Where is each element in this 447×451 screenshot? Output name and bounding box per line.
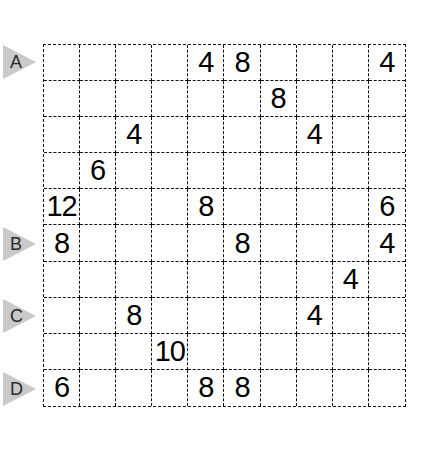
cell-r1c4[interactable] bbox=[152, 45, 188, 81]
row-marker-label: B bbox=[10, 234, 22, 255]
cell-r4c4[interactable] bbox=[152, 153, 188, 189]
cell-r5c2[interactable] bbox=[80, 189, 116, 225]
cell-r2c10[interactable] bbox=[369, 81, 405, 117]
cell-r2c5[interactable] bbox=[188, 81, 224, 117]
cell-r10c10[interactable] bbox=[369, 370, 405, 406]
cell-r1c1[interactable] bbox=[44, 45, 80, 81]
clue-cell-r5c5[interactable]: 8 bbox=[188, 189, 224, 225]
cell-r3c6[interactable] bbox=[224, 117, 260, 153]
cell-r10c3[interactable] bbox=[116, 370, 152, 406]
cell-r8c6[interactable] bbox=[224, 298, 260, 334]
clue-cell-r3c8[interactable]: 4 bbox=[297, 117, 333, 153]
cell-r6c8[interactable] bbox=[297, 225, 333, 261]
cell-r4c8[interactable] bbox=[297, 153, 333, 189]
cell-r8c5[interactable] bbox=[188, 298, 224, 334]
clue-cell-r5c10[interactable]: 6 bbox=[369, 189, 405, 225]
cell-r9c5[interactable] bbox=[188, 334, 224, 370]
cell-r4c10[interactable] bbox=[369, 153, 405, 189]
cell-r10c8[interactable] bbox=[297, 370, 333, 406]
row-marker-label: D bbox=[10, 379, 23, 400]
cell-r5c9[interactable] bbox=[333, 189, 369, 225]
cell-r9c10[interactable] bbox=[369, 334, 405, 370]
cell-r1c9[interactable] bbox=[333, 45, 369, 81]
cell-r10c4[interactable] bbox=[152, 370, 188, 406]
clue-cell-r6c6[interactable]: 8 bbox=[224, 225, 260, 261]
cell-r8c4[interactable] bbox=[152, 298, 188, 334]
row-marker-label: C bbox=[10, 306, 23, 327]
clue-cell-r10c5[interactable]: 8 bbox=[188, 370, 224, 406]
cell-r6c5[interactable] bbox=[188, 225, 224, 261]
cell-r8c2[interactable] bbox=[80, 298, 116, 334]
clue-cell-r8c3[interactable]: 8 bbox=[116, 298, 152, 334]
cell-r4c5[interactable] bbox=[188, 153, 224, 189]
cell-r3c10[interactable] bbox=[369, 117, 405, 153]
clue-cell-r1c5[interactable]: 4 bbox=[188, 45, 224, 81]
row-marker-D: D bbox=[3, 372, 36, 406]
cell-r7c4[interactable] bbox=[152, 262, 188, 298]
clue-cell-r10c6[interactable]: 8 bbox=[224, 370, 260, 406]
cell-r3c2[interactable] bbox=[80, 117, 116, 153]
cell-r4c3[interactable] bbox=[116, 153, 152, 189]
cell-r1c3[interactable] bbox=[116, 45, 152, 81]
clue-cell-r9c4[interactable]: 10 bbox=[152, 334, 188, 370]
cell-r3c1[interactable] bbox=[44, 117, 80, 153]
cell-r4c6[interactable] bbox=[224, 153, 260, 189]
cell-r6c3[interactable] bbox=[116, 225, 152, 261]
cell-r7c5[interactable] bbox=[188, 262, 224, 298]
cell-r6c9[interactable] bbox=[333, 225, 369, 261]
cell-r2c2[interactable] bbox=[80, 81, 116, 117]
cell-r9c2[interactable] bbox=[80, 334, 116, 370]
row-marker-A: A bbox=[3, 45, 36, 79]
cell-r1c2[interactable] bbox=[80, 45, 116, 81]
cell-r3c5[interactable] bbox=[188, 117, 224, 153]
cell-r6c4[interactable] bbox=[152, 225, 188, 261]
cell-r8c10[interactable] bbox=[369, 298, 405, 334]
cell-r10c7[interactable] bbox=[261, 370, 297, 406]
cell-r5c7[interactable] bbox=[261, 189, 297, 225]
clue-cell-r8c8[interactable]: 4 bbox=[297, 298, 333, 334]
cell-r9c6[interactable] bbox=[224, 334, 260, 370]
cell-r4c9[interactable] bbox=[333, 153, 369, 189]
clue-cell-r2c7[interactable]: 8 bbox=[261, 81, 297, 117]
cell-r7c3[interactable] bbox=[116, 262, 152, 298]
cell-r6c2[interactable] bbox=[80, 225, 116, 261]
cell-r6c7[interactable] bbox=[261, 225, 297, 261]
cell-r8c7[interactable] bbox=[261, 298, 297, 334]
clue-cell-r1c10[interactable]: 4 bbox=[369, 45, 405, 81]
cell-r10c2[interactable] bbox=[80, 370, 116, 406]
cell-r2c6[interactable] bbox=[224, 81, 260, 117]
cell-r2c8[interactable] bbox=[297, 81, 333, 117]
clue-cell-r6c1[interactable]: 8 bbox=[44, 225, 80, 261]
cell-r9c9[interactable] bbox=[333, 334, 369, 370]
clue-cell-r7c9[interactable]: 4 bbox=[333, 262, 369, 298]
clue-cell-r5c1[interactable]: 12 bbox=[44, 189, 80, 225]
cell-r5c8[interactable] bbox=[297, 189, 333, 225]
cell-r7c1[interactable] bbox=[44, 262, 80, 298]
cell-r3c7[interactable] bbox=[261, 117, 297, 153]
clue-cell-r6c10[interactable]: 4 bbox=[369, 225, 405, 261]
cell-r8c9[interactable] bbox=[333, 298, 369, 334]
cell-r9c7[interactable] bbox=[261, 334, 297, 370]
cell-r3c9[interactable] bbox=[333, 117, 369, 153]
row-marker-B: B bbox=[3, 227, 36, 261]
cell-r7c6[interactable] bbox=[224, 262, 260, 298]
clue-cell-r10c1[interactable]: 6 bbox=[44, 370, 80, 406]
cell-r8c1[interactable] bbox=[44, 298, 80, 334]
cell-r7c7[interactable] bbox=[261, 262, 297, 298]
cell-r7c2[interactable] bbox=[80, 262, 116, 298]
row-marker-label: A bbox=[10, 52, 22, 73]
cell-r4c1[interactable] bbox=[44, 153, 80, 189]
puzzle-board: 4848446128688448410688 bbox=[43, 44, 406, 407]
cell-r5c6[interactable] bbox=[224, 189, 260, 225]
cell-r7c10[interactable] bbox=[369, 262, 405, 298]
cell-r3c4[interactable] bbox=[152, 117, 188, 153]
cell-r2c1[interactable] bbox=[44, 81, 80, 117]
cell-r9c1[interactable] bbox=[44, 334, 80, 370]
cell-r4c7[interactable] bbox=[261, 153, 297, 189]
cell-r9c3[interactable] bbox=[116, 334, 152, 370]
cell-r2c9[interactable] bbox=[333, 81, 369, 117]
cell-r2c4[interactable] bbox=[152, 81, 188, 117]
cell-r7c8[interactable] bbox=[297, 262, 333, 298]
cell-r9c8[interactable] bbox=[297, 334, 333, 370]
cell-r10c9[interactable] bbox=[333, 370, 369, 406]
clue-cell-r4c2[interactable]: 6 bbox=[80, 153, 116, 189]
row-marker-C: C bbox=[3, 299, 36, 333]
cell-r1c7[interactable] bbox=[261, 45, 297, 81]
cell-r5c3[interactable] bbox=[116, 189, 152, 225]
clue-cell-r3c3[interactable]: 4 bbox=[116, 117, 152, 153]
cell-r1c8[interactable] bbox=[297, 45, 333, 81]
clue-cell-r1c6[interactable]: 8 bbox=[224, 45, 260, 81]
cell-r5c4[interactable] bbox=[152, 189, 188, 225]
cell-r2c3[interactable] bbox=[116, 81, 152, 117]
